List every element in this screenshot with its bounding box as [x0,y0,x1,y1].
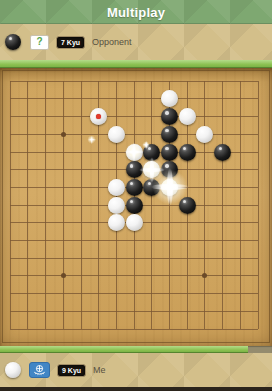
opponent-black-stone-avatar [5,34,21,50]
black-stone [179,144,196,161]
white-stone [179,108,196,125]
black-stone [126,161,143,178]
grid-line [10,293,258,294]
opponent-unknown-flag-icon: ? [30,35,49,50]
grid-line [258,81,259,329]
star-point [61,132,66,137]
black-stone [143,144,160,161]
black-stone [179,197,196,214]
star-point [61,273,66,278]
grid-line [240,81,241,329]
grid-line [10,275,258,276]
grid-line [151,81,152,329]
twinkle-icon [87,135,96,144]
black-stone [161,161,178,178]
grid-line [10,311,258,312]
my-timer-bar [0,346,272,353]
grid-line [222,81,223,329]
last-move-marker [96,114,101,119]
white-stone [108,126,125,143]
question-mark: ? [36,37,42,47]
white-stone [108,197,125,214]
opponent-name: Opponent [92,37,132,47]
gomoku-board[interactable] [0,68,272,346]
black-stone [214,144,231,161]
black-stone [126,197,143,214]
grid-line [10,329,258,330]
white-stone [161,179,178,196]
grid-line [204,81,205,329]
app-header: Multiplay [0,0,272,24]
star-point [202,273,207,278]
grid-line [10,240,258,241]
black-stone [161,144,178,161]
my-timer-fill [0,346,248,353]
black-stone [143,179,160,196]
black-stone [161,108,178,125]
opponent-timer-bar [0,60,272,68]
app-window: Multiplay ? 7 Kyu Opponent [0,0,272,391]
page-title: Multiplay [107,5,165,20]
white-stone [108,214,125,231]
un-flag-icon [29,362,50,378]
opponent-rank-badge: 7 Kyu [56,36,85,49]
white-stone [161,90,178,107]
opponent-timer-fill [0,60,272,68]
me-bar: 9 Kyu Me [0,353,272,387]
opponent-bar: ? 7 Kyu Opponent [0,24,272,60]
white-stone [126,144,143,161]
un-emblem [32,364,47,376]
white-stone [143,161,160,178]
me-name: Me [93,365,106,375]
grid-line [10,258,258,259]
me-rank-badge: 9 Kyu [57,364,86,377]
white-stone [196,126,213,143]
bottom-edge-strip [0,387,272,391]
black-stone [161,126,178,143]
black-stone [126,179,143,196]
white-stone [90,108,107,125]
white-stone [126,214,143,231]
white-stone [108,179,125,196]
me-white-stone-avatar [5,362,21,378]
